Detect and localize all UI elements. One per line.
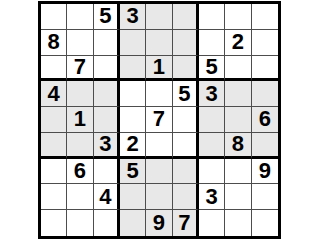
sudoku-cell-r8c2[interactable] [67, 184, 93, 210]
sudoku-cell-r1c3[interactable]: 5 [94, 4, 120, 30]
sudoku-cell-r2c3[interactable] [94, 30, 120, 56]
sudoku-cell-r5c8[interactable] [225, 107, 251, 133]
sudoku-page: 53827154531763286594397 [0, 0, 320, 240]
sudoku-cell-r2c1[interactable]: 8 [41, 30, 67, 56]
sudoku-cell-r3c2[interactable]: 7 [67, 56, 93, 82]
sudoku-cell-r4c6[interactable]: 5 [173, 81, 199, 107]
sudoku-cell-r9c1[interactable] [41, 210, 67, 236]
sudoku-cell-r7c9[interactable]: 9 [252, 159, 278, 185]
sudoku-cell-r6c3[interactable]: 3 [94, 133, 120, 159]
sudoku-cell-r3c9[interactable] [252, 56, 278, 82]
sudoku-cell-r1c1[interactable] [41, 4, 67, 30]
sudoku-cell-r1c5[interactable] [146, 4, 172, 30]
sudoku-cell-r6c1[interactable] [41, 133, 67, 159]
sudoku-cell-r9c9[interactable] [252, 210, 278, 236]
sudoku-cell-r5c6[interactable] [173, 107, 199, 133]
sudoku-cell-r9c2[interactable] [67, 210, 93, 236]
sudoku-cell-r2c7[interactable] [199, 30, 225, 56]
sudoku-cell-r8c9[interactable] [252, 184, 278, 210]
sudoku-cell-r5c5[interactable]: 7 [146, 107, 172, 133]
sudoku-cell-r7c8[interactable] [225, 159, 251, 185]
sudoku-cell-r8c8[interactable] [225, 184, 251, 210]
sudoku-cell-r5c7[interactable] [199, 107, 225, 133]
sudoku-cell-r5c9[interactable]: 6 [252, 107, 278, 133]
sudoku-cell-r1c8[interactable] [225, 4, 251, 30]
sudoku-cell-r7c7[interactable] [199, 159, 225, 185]
sudoku-cell-r7c5[interactable] [146, 159, 172, 185]
sudoku-cell-r1c9[interactable] [252, 4, 278, 30]
sudoku-cell-r3c7[interactable]: 5 [199, 56, 225, 82]
sudoku-cell-r1c4[interactable]: 3 [120, 4, 146, 30]
sudoku-cell-r3c3[interactable] [94, 56, 120, 82]
sudoku-cell-r9c8[interactable] [225, 210, 251, 236]
sudoku-cell-r7c1[interactable] [41, 159, 67, 185]
sudoku-cell-r2c9[interactable] [252, 30, 278, 56]
sudoku-cell-r4c1[interactable]: 4 [41, 81, 67, 107]
sudoku-cell-r3c1[interactable] [41, 56, 67, 82]
sudoku-cell-r8c1[interactable] [41, 184, 67, 210]
sudoku-cell-r6c9[interactable] [252, 133, 278, 159]
sudoku-cell-r4c3[interactable] [94, 81, 120, 107]
sudoku-cell-r7c3[interactable] [94, 159, 120, 185]
sudoku-cell-r8c7[interactable]: 3 [199, 184, 225, 210]
sudoku-cell-r5c3[interactable] [94, 107, 120, 133]
sudoku-cell-r8c4[interactable] [120, 184, 146, 210]
sudoku-cell-r9c5[interactable]: 9 [146, 210, 172, 236]
sudoku-cell-r1c2[interactable] [67, 4, 93, 30]
sudoku-cell-r2c4[interactable] [120, 30, 146, 56]
sudoku-cell-r9c4[interactable] [120, 210, 146, 236]
sudoku-cell-r6c2[interactable] [67, 133, 93, 159]
sudoku-cell-r3c8[interactable] [225, 56, 251, 82]
sudoku-cell-r6c4[interactable]: 2 [120, 133, 146, 159]
sudoku-cell-r8c3[interactable]: 4 [94, 184, 120, 210]
sudoku-cell-r2c8[interactable]: 2 [225, 30, 251, 56]
sudoku-cell-r3c4[interactable] [120, 56, 146, 82]
sudoku-cell-r3c5[interactable]: 1 [146, 56, 172, 82]
sudoku-cell-r6c5[interactable] [146, 133, 172, 159]
sudoku-cell-r9c6[interactable]: 7 [173, 210, 199, 236]
sudoku-cell-r4c2[interactable] [67, 81, 93, 107]
sudoku-cell-r3c6[interactable] [173, 56, 199, 82]
sudoku-cell-r2c5[interactable] [146, 30, 172, 56]
sudoku-cell-r7c6[interactable] [173, 159, 199, 185]
sudoku-board: 53827154531763286594397 [38, 1, 281, 239]
sudoku-cell-r4c4[interactable] [120, 81, 146, 107]
sudoku-cell-r5c4[interactable] [120, 107, 146, 133]
sudoku-cell-r9c7[interactable] [199, 210, 225, 236]
sudoku-cell-r2c2[interactable] [67, 30, 93, 56]
sudoku-cell-r7c4[interactable]: 5 [120, 159, 146, 185]
sudoku-cell-r6c6[interactable] [173, 133, 199, 159]
sudoku-cell-r9c3[interactable] [94, 210, 120, 236]
sudoku-cell-r1c7[interactable] [199, 4, 225, 30]
sudoku-cell-r4c7[interactable]: 3 [199, 81, 225, 107]
sudoku-cell-r4c9[interactable] [252, 81, 278, 107]
sudoku-cell-r6c7[interactable] [199, 133, 225, 159]
sudoku-cell-r8c6[interactable] [173, 184, 199, 210]
sudoku-cell-r1c6[interactable] [173, 4, 199, 30]
sudoku-cell-r5c2[interactable]: 1 [67, 107, 93, 133]
sudoku-cell-r2c6[interactable] [173, 30, 199, 56]
sudoku-cell-r7c2[interactable]: 6 [67, 159, 93, 185]
sudoku-cell-r6c8[interactable]: 8 [225, 133, 251, 159]
sudoku-cell-r4c8[interactable] [225, 81, 251, 107]
sudoku-cell-r4c5[interactable] [146, 81, 172, 107]
sudoku-cell-r8c5[interactable] [146, 184, 172, 210]
sudoku-cell-r5c1[interactable] [41, 107, 67, 133]
